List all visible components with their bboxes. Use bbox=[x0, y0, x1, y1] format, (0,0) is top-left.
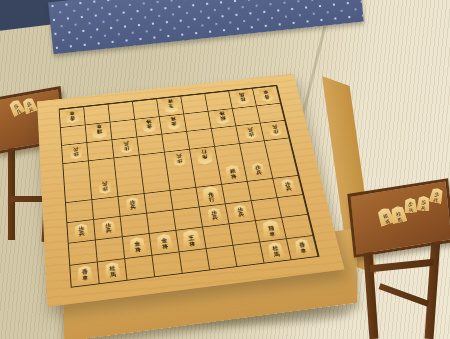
shogi-piece-G-5b[interactable]: 金将 bbox=[165, 116, 182, 131]
shogi-piece-B-4f[interactable]: 角行 bbox=[201, 186, 221, 204]
shogi-piece-N-8i[interactable]: 桂馬 bbox=[104, 261, 121, 279]
shogi-piece-P-5d[interactable]: 歩兵 bbox=[171, 152, 187, 166]
shogi-piece-L-9a[interactable]: 香車 bbox=[65, 110, 80, 124]
shogi-piece-R-8b[interactable]: 飛車 bbox=[90, 123, 108, 140]
shogi-piece-S-3e[interactable]: 銀将 bbox=[224, 164, 242, 180]
left-stool-leg bbox=[8, 140, 15, 240]
shogi-piece-B-4d[interactable]: 角行 bbox=[194, 148, 214, 165]
shogi-piece-P-7c[interactable]: 歩兵 bbox=[118, 140, 133, 154]
shogi-piece-P-9c[interactable]: 歩兵 bbox=[68, 146, 83, 160]
shogi-piece-L-1i[interactable]: 香車 bbox=[293, 238, 312, 255]
shogi-piece-S-3b[interactable]: 銀将 bbox=[213, 110, 230, 125]
shogi-piece-G-6h[interactable]: 金将 bbox=[155, 233, 174, 251]
shogi-piece-P-3g[interactable]: 歩兵 bbox=[232, 204, 249, 219]
shogi-piece-P-1f[interactable]: 歩兵 bbox=[280, 178, 297, 193]
shogi-piece-P-8e[interactable]: 歩兵 bbox=[97, 180, 112, 195]
shogi-piece-P-4g[interactable]: 歩兵 bbox=[206, 207, 222, 222]
shogi-piece-K-5h[interactable]: 王将 bbox=[181, 229, 202, 249]
shogi-piece-G-6b[interactable]: 金将 bbox=[140, 118, 157, 133]
shogi-piece-P-9g[interactable]: 歩兵 bbox=[74, 223, 90, 239]
shogi-piece-P-8g[interactable]: 歩兵 bbox=[100, 220, 116, 236]
shogi-piece-P-7f[interactable]: 歩兵 bbox=[125, 197, 141, 212]
shogi-piece-N-2a[interactable]: 桂馬 bbox=[235, 91, 251, 105]
shogi-piece-P-2c[interactable]: 歩兵 bbox=[242, 126, 258, 140]
shogi-piece-R-2h[interactable]: 飛車 bbox=[260, 219, 282, 238]
shogi-piece-L-1a[interactable]: 香車 bbox=[258, 88, 274, 102]
shogi-board: 香車玉将桂馬香車飛車金将金将銀将歩兵歩兵歩兵歩兵歩兵角行歩兵銀将歩兵歩兵角行歩兵… bbox=[37, 74, 345, 307]
shogi-piece-P-2e[interactable]: 歩兵 bbox=[250, 162, 266, 176]
board-grid[interactable]: 香車玉将桂馬香車飛車金将金将銀将歩兵歩兵歩兵歩兵歩兵角行歩兵銀将歩兵歩兵角行歩兵… bbox=[59, 85, 320, 288]
shogi-piece-P-1c[interactable]: 歩兵 bbox=[267, 123, 283, 136]
shogi-piece-K-5a[interactable]: 玉将 bbox=[161, 98, 180, 114]
shogi-piece-G-7h[interactable]: 金将 bbox=[128, 236, 146, 254]
shogi-piece-N-2i[interactable]: 桂馬 bbox=[266, 241, 285, 258]
shogi-piece-L-9i[interactable]: 香車 bbox=[76, 265, 93, 283]
